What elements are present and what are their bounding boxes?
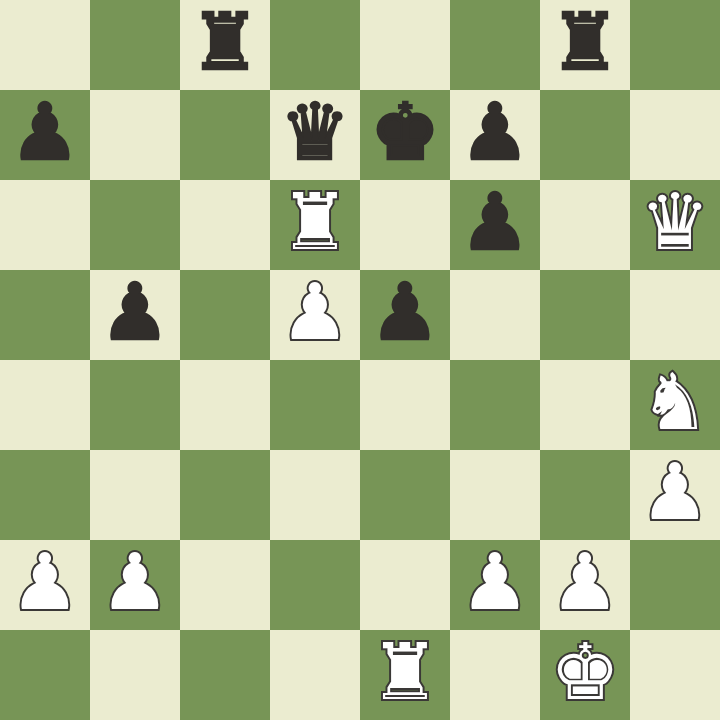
square-d3[interactable]	[270, 450, 360, 540]
chess-board-container: ♜♜♟♛♚♟♜♟♛♟♟♟♞♟♟♟♟♟♜♚	[0, 0, 720, 720]
white-rook[interactable]: ♜	[370, 627, 440, 717]
white-pawn[interactable]: ♟	[550, 537, 620, 627]
square-a5[interactable]	[0, 270, 90, 360]
square-e1[interactable]: ♜	[360, 630, 450, 720]
square-a8[interactable]	[0, 0, 90, 90]
square-c2[interactable]	[180, 540, 270, 630]
square-d4[interactable]	[270, 360, 360, 450]
square-d1[interactable]	[270, 630, 360, 720]
square-d8[interactable]	[270, 0, 360, 90]
white-rook[interactable]: ♜	[280, 177, 350, 267]
square-a1[interactable]	[0, 630, 90, 720]
black-pawn[interactable]: ♟	[10, 87, 80, 177]
square-h2[interactable]	[630, 540, 720, 630]
square-a3[interactable]	[0, 450, 90, 540]
square-b7[interactable]	[90, 90, 180, 180]
chess-board: ♜♜♟♛♚♟♜♟♛♟♟♟♞♟♟♟♟♟♜♚	[0, 0, 720, 720]
black-rook[interactable]: ♜	[550, 0, 620, 87]
square-f4[interactable]	[450, 360, 540, 450]
square-b2[interactable]: ♟	[90, 540, 180, 630]
square-b3[interactable]	[90, 450, 180, 540]
white-pawn[interactable]: ♟	[100, 537, 170, 627]
square-f3[interactable]	[450, 450, 540, 540]
square-b8[interactable]	[90, 0, 180, 90]
square-f5[interactable]	[450, 270, 540, 360]
square-e8[interactable]	[360, 0, 450, 90]
square-e7[interactable]: ♚	[360, 90, 450, 180]
black-rook[interactable]: ♜	[190, 0, 260, 87]
square-f6[interactable]: ♟	[450, 180, 540, 270]
white-pawn[interactable]: ♟	[10, 537, 80, 627]
square-g4[interactable]	[540, 360, 630, 450]
square-g2[interactable]: ♟	[540, 540, 630, 630]
square-b6[interactable]	[90, 180, 180, 270]
square-f8[interactable]	[450, 0, 540, 90]
black-pawn[interactable]: ♟	[460, 87, 530, 177]
square-e6[interactable]	[360, 180, 450, 270]
square-f2[interactable]: ♟	[450, 540, 540, 630]
square-g7[interactable]	[540, 90, 630, 180]
square-h1[interactable]	[630, 630, 720, 720]
black-queen[interactable]: ♛	[280, 87, 350, 177]
square-a2[interactable]: ♟	[0, 540, 90, 630]
square-g8[interactable]: ♜	[540, 0, 630, 90]
square-b4[interactable]	[90, 360, 180, 450]
square-g6[interactable]	[540, 180, 630, 270]
white-pawn[interactable]: ♟	[460, 537, 530, 627]
white-pawn[interactable]: ♟	[280, 267, 350, 357]
square-c1[interactable]	[180, 630, 270, 720]
square-c7[interactable]	[180, 90, 270, 180]
square-e4[interactable]	[360, 360, 450, 450]
square-a7[interactable]: ♟	[0, 90, 90, 180]
square-d7[interactable]: ♛	[270, 90, 360, 180]
square-c8[interactable]: ♜	[180, 0, 270, 90]
square-a4[interactable]	[0, 360, 90, 450]
square-h4[interactable]: ♞	[630, 360, 720, 450]
white-queen[interactable]: ♛	[640, 177, 710, 267]
square-e5[interactable]: ♟	[360, 270, 450, 360]
square-f7[interactable]: ♟	[450, 90, 540, 180]
white-knight[interactable]: ♞	[640, 357, 710, 447]
square-b5[interactable]: ♟	[90, 270, 180, 360]
square-g3[interactable]	[540, 450, 630, 540]
black-pawn[interactable]: ♟	[460, 177, 530, 267]
black-king[interactable]: ♚	[370, 87, 440, 177]
black-pawn[interactable]: ♟	[100, 267, 170, 357]
square-c4[interactable]	[180, 360, 270, 450]
black-pawn[interactable]: ♟	[370, 267, 440, 357]
white-king[interactable]: ♚	[550, 627, 620, 717]
square-g1[interactable]: ♚	[540, 630, 630, 720]
white-pawn[interactable]: ♟	[640, 447, 710, 537]
square-e2[interactable]	[360, 540, 450, 630]
square-a6[interactable]	[0, 180, 90, 270]
square-b1[interactable]	[90, 630, 180, 720]
square-d6[interactable]: ♜	[270, 180, 360, 270]
square-e3[interactable]	[360, 450, 450, 540]
square-c6[interactable]	[180, 180, 270, 270]
square-c3[interactable]	[180, 450, 270, 540]
square-h8[interactable]	[630, 0, 720, 90]
square-d2[interactable]	[270, 540, 360, 630]
square-c5[interactable]	[180, 270, 270, 360]
square-h5[interactable]	[630, 270, 720, 360]
square-f1[interactable]	[450, 630, 540, 720]
square-h7[interactable]	[630, 90, 720, 180]
square-d5[interactable]: ♟	[270, 270, 360, 360]
square-h6[interactable]: ♛	[630, 180, 720, 270]
square-h3[interactable]: ♟	[630, 450, 720, 540]
square-g5[interactable]	[540, 270, 630, 360]
